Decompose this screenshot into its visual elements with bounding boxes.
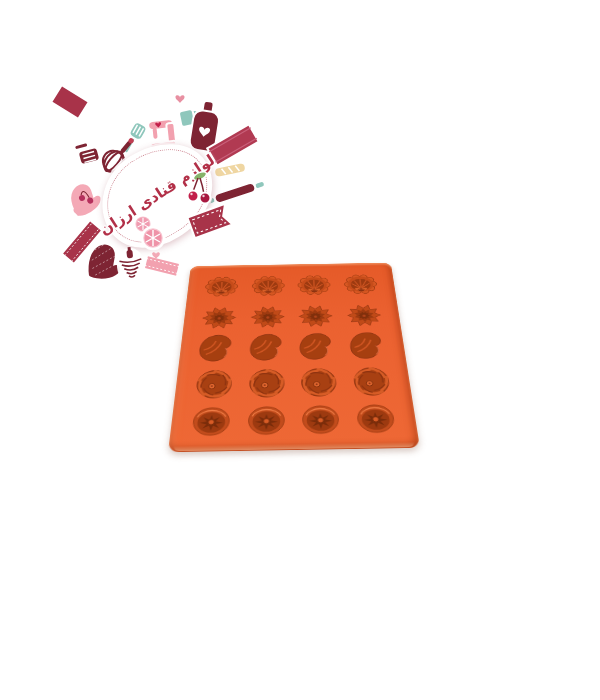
cavity-paisley <box>190 333 243 367</box>
cavity-bundt <box>293 400 350 440</box>
cavity-swirl <box>293 364 347 401</box>
citrus-slice-icon <box>142 227 164 249</box>
cavity-swirl <box>344 363 400 400</box>
product-photo: لوازم قنادی ارزان <box>0 0 600 700</box>
cavity-flower <box>339 300 391 331</box>
cherries-icon <box>188 170 211 204</box>
heart-icon <box>152 252 160 259</box>
cavity-bundt <box>238 401 294 441</box>
cavity-bundt <box>347 399 406 439</box>
cavity-shell <box>336 272 385 301</box>
cavity-flower <box>243 301 292 332</box>
brand-logo: لوازم قنادی ارزان <box>52 90 297 300</box>
cavity-paisley <box>341 330 395 364</box>
beater-icon <box>115 246 147 286</box>
cavity-flower <box>194 302 244 333</box>
cavity-flower <box>291 301 341 332</box>
logo-icons-front <box>52 90 297 300</box>
ribbon-flag-icon <box>187 204 232 238</box>
cavity-shell <box>291 272 339 301</box>
cavity-paisley <box>241 332 292 366</box>
cavity-swirl <box>186 366 241 403</box>
cavity-bundt <box>182 401 240 441</box>
cavity-paisley <box>292 331 344 365</box>
cavity-swirl <box>240 365 293 402</box>
